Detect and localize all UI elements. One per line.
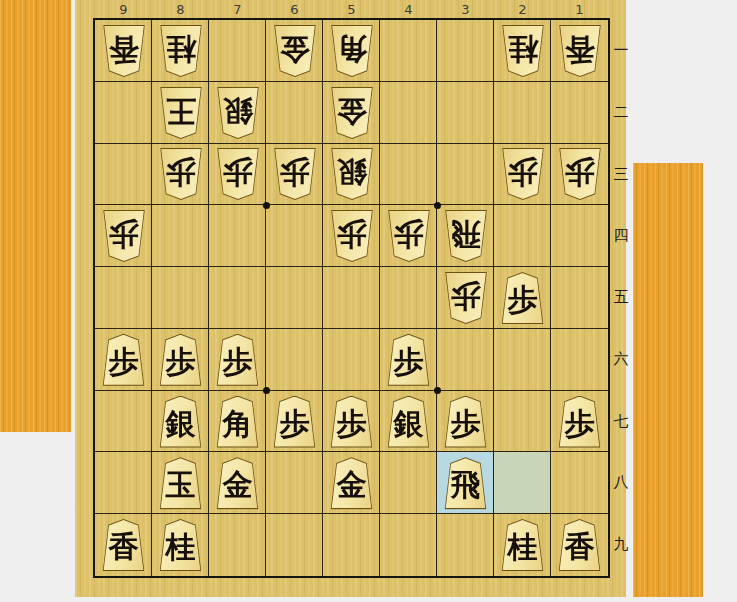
piece-kanji: 銀 <box>337 157 367 187</box>
left-wood-strip <box>0 0 71 432</box>
piece-face: 歩 <box>501 273 545 323</box>
piece-kanji: 金 <box>337 96 367 126</box>
file-label: 3 <box>437 1 494 18</box>
square-4b[interactable] <box>380 82 437 144</box>
piece-kanji: 歩 <box>394 347 424 377</box>
piece-kanji: 金 <box>223 470 253 500</box>
rank-labels: 一二三四五六七八九 <box>609 20 633 576</box>
square-1h[interactable] <box>551 452 608 514</box>
piece-face: 桂 <box>159 520 203 570</box>
piece-kanji: 歩 <box>280 157 310 187</box>
square-3a[interactable] <box>437 20 494 82</box>
square-4a[interactable] <box>380 20 437 82</box>
piece-face: 桂 <box>501 520 545 570</box>
file-label: 1 <box>551 1 608 18</box>
star-point <box>263 387 270 394</box>
piece-kanji: 歩 <box>280 409 310 439</box>
square-9h[interactable] <box>95 452 152 514</box>
rank-label: 八 <box>609 452 633 514</box>
piece-kanji: 歩 <box>223 157 253 187</box>
piece-kanji: 金 <box>337 470 367 500</box>
piece-face: 歩 <box>558 397 602 447</box>
piece-face: 角 <box>216 397 260 447</box>
rank-label: 一 <box>609 20 633 82</box>
star-point <box>434 387 441 394</box>
file-label: 5 <box>323 1 380 18</box>
square-9g[interactable] <box>95 391 152 453</box>
rank-label: 九 <box>609 514 633 576</box>
piece-kanji: 歩 <box>508 285 538 315</box>
piece-kanji: 歩 <box>337 219 367 249</box>
piece-kanji: 歩 <box>166 347 196 377</box>
square-3c[interactable] <box>437 144 494 206</box>
piece-face: 金 <box>330 458 374 508</box>
piece-face: 香 <box>102 520 146 570</box>
piece-kanji: 角 <box>223 409 253 439</box>
square-8e[interactable] <box>152 267 209 329</box>
piece-kanji: 角 <box>337 34 367 64</box>
piece-face: 歩 <box>387 335 431 385</box>
square-4h[interactable] <box>380 452 437 514</box>
piece-kanji: 歩 <box>394 219 424 249</box>
square-6h[interactable] <box>266 452 323 514</box>
square-3f[interactable] <box>437 329 494 391</box>
piece-face: 歩 <box>273 397 317 447</box>
piece-face: 歩 <box>330 397 374 447</box>
piece-kanji: 香 <box>565 532 595 562</box>
piece-kanji: 玉 <box>166 470 196 500</box>
piece-face: 香 <box>558 520 602 570</box>
piece-kanji: 王 <box>166 96 196 126</box>
piece-kanji: 歩 <box>109 219 139 249</box>
square-7i[interactable] <box>209 514 266 576</box>
file-label: 4 <box>380 1 437 18</box>
piece-kanji: 飛 <box>451 219 481 249</box>
square-1d[interactable] <box>551 205 608 267</box>
file-label: 2 <box>494 1 551 18</box>
square-5e[interactable] <box>323 267 380 329</box>
rank-label: 五 <box>609 267 633 329</box>
piece-face: 玉 <box>159 458 203 508</box>
piece-kanji: 歩 <box>565 409 595 439</box>
piece-kanji: 桂 <box>508 34 538 64</box>
star-point <box>263 202 270 209</box>
square-6i[interactable] <box>266 514 323 576</box>
rank-label: 七 <box>609 391 633 453</box>
piece-kanji: 歩 <box>223 347 253 377</box>
square-6f[interactable] <box>266 329 323 391</box>
piece-face: 飛 <box>444 458 488 508</box>
file-label: 6 <box>266 1 323 18</box>
rank-label: 四 <box>609 205 633 267</box>
piece-kanji: 飛 <box>451 470 481 500</box>
file-label: 7 <box>209 1 266 18</box>
piece-face: 銀 <box>159 397 203 447</box>
piece-face: 金 <box>216 458 260 508</box>
square-3b[interactable] <box>437 82 494 144</box>
piece-kanji: 歩 <box>451 409 481 439</box>
square-9c[interactable] <box>95 144 152 206</box>
square-3i[interactable] <box>437 514 494 576</box>
piece-kanji: 歩 <box>109 347 139 377</box>
square-5f[interactable] <box>323 329 380 391</box>
square-7a[interactable] <box>209 20 266 82</box>
file-label: 8 <box>152 1 209 18</box>
piece-kanji: 桂 <box>508 532 538 562</box>
piece-face: 歩 <box>159 335 203 385</box>
square-9b[interactable] <box>95 82 152 144</box>
piece-face: 歩 <box>102 335 146 385</box>
square-2h[interactable] <box>494 452 551 514</box>
rank-label: 六 <box>609 329 633 391</box>
star-point <box>434 202 441 209</box>
piece-kanji: 銀 <box>223 96 253 126</box>
file-labels: 987654321 <box>95 1 608 18</box>
piece-kanji: 香 <box>109 532 139 562</box>
square-5i[interactable] <box>323 514 380 576</box>
piece-kanji: 桂 <box>166 34 196 64</box>
square-1f[interactable] <box>551 329 608 391</box>
piece-kanji: 歩 <box>565 157 595 187</box>
piece-kanji: 歩 <box>508 157 538 187</box>
piece-kanji: 桂 <box>166 532 196 562</box>
piece-kanji: 香 <box>565 34 595 64</box>
piece-kanji: 歩 <box>337 409 367 439</box>
shogi-board: 香桂金角桂香王銀金歩歩歩銀歩歩歩歩歩飛歩歩歩歩歩歩銀角歩歩銀歩歩玉金金飛香桂桂香 <box>93 18 610 578</box>
square-6e[interactable] <box>266 267 323 329</box>
piece-kanji: 銀 <box>394 409 424 439</box>
square-4i[interactable] <box>380 514 437 576</box>
square-6b[interactable] <box>266 82 323 144</box>
square-7e[interactable] <box>209 267 266 329</box>
piece-face: 歩 <box>216 335 260 385</box>
square-2b[interactable] <box>494 82 551 144</box>
square-2g[interactable] <box>494 391 551 453</box>
piece-kanji: 金 <box>280 34 310 64</box>
rank-label: 二 <box>609 82 633 144</box>
right-wood-strip <box>633 163 703 597</box>
shogi-app: 987654321 一二三四五六七八九 香桂金角桂香王銀金歩歩歩銀歩歩歩歩歩飛歩… <box>0 0 737 602</box>
piece-kanji: 歩 <box>451 281 481 311</box>
square-4c[interactable] <box>380 144 437 206</box>
square-9e[interactable] <box>95 267 152 329</box>
square-1b[interactable] <box>551 82 608 144</box>
square-4e[interactable] <box>380 267 437 329</box>
piece-kanji: 香 <box>109 34 139 64</box>
square-6d[interactable] <box>266 205 323 267</box>
square-1e[interactable] <box>551 267 608 329</box>
piece-face: 歩 <box>444 397 488 447</box>
piece-kanji: 歩 <box>166 157 196 187</box>
square-2f[interactable] <box>494 329 551 391</box>
square-2d[interactable] <box>494 205 551 267</box>
piece-face: 銀 <box>387 397 431 447</box>
square-7d[interactable] <box>209 205 266 267</box>
piece-kanji: 銀 <box>166 409 196 439</box>
file-label: 9 <box>95 1 152 18</box>
square-8d[interactable] <box>152 205 209 267</box>
rank-label: 三 <box>609 144 633 206</box>
